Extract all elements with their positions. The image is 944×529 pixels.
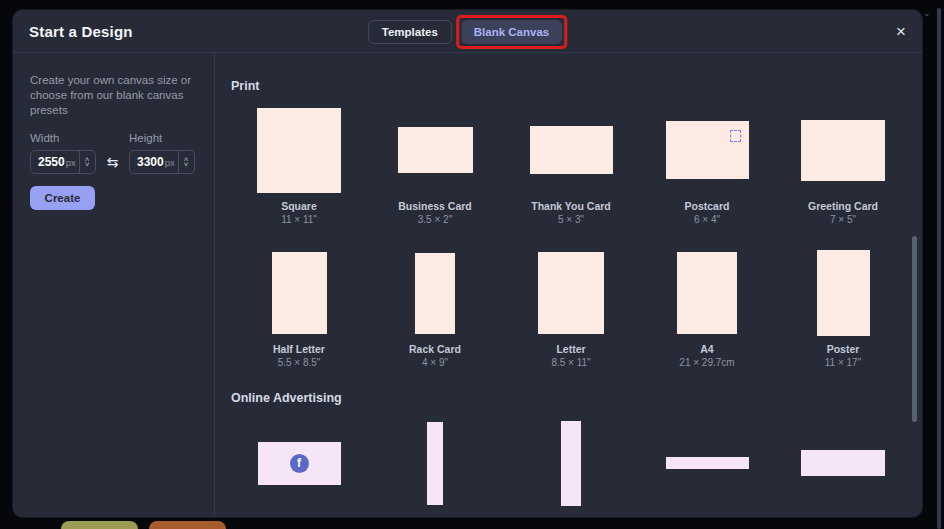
preset-name: Poster [827,343,860,355]
preset-thumbnail-box [775,248,911,338]
preset-thumbnail [817,250,870,336]
height-label: Height [129,132,162,144]
chevron-down-icon: ⌄ [923,9,931,18]
print-preset-grid: Square11 × 11"Business Card3.5 × 2"Thank… [231,105,922,369]
width-unit: px [66,157,79,168]
online-ad-preset[interactable] [367,422,503,505]
swap-dimensions-icon[interactable]: ⇆ [96,154,129,170]
preset-thumbnail-box [639,248,775,338]
preset-thumbnail-box [639,105,775,195]
online-ad-preset[interactable] [775,450,911,476]
preset-thumbnail-box [503,248,639,338]
stepper-down-icon[interactable]: ∨ [183,162,189,167]
stepper-down-icon[interactable]: ∨ [84,162,90,167]
online-ad-preset[interactable]: f [231,442,367,485]
red-annotation-box: Blank Canvas [456,15,567,49]
modal-scrollbar-thumb[interactable] [912,236,917,422]
modal-title: Start a Design [29,23,133,40]
page-scrollbar[interactable] [937,8,941,529]
width-value[interactable]: 2550 [31,155,65,169]
preset-thumbnail [666,121,749,179]
preset-name: Postcard [685,200,730,212]
preset-size: 5.5 × 8.5" [278,357,321,369]
sidebar: Create your own canvas size or choose fr… [13,53,215,516]
preset-thank-you-card[interactable]: Thank You Card5 × 3" [503,105,639,226]
online-ad-thumbnail [561,421,581,506]
preset-name: Square [281,200,317,212]
preset-size: 7 × 5" [830,214,856,226]
create-button[interactable]: Create [30,186,95,210]
preset-thumbnail [538,252,604,334]
background-pill-olive [61,521,138,529]
preset-size: 3.5 × 2" [418,214,452,226]
height-input[interactable]: 3300 px ∧ ∨ [129,150,195,174]
width-label: Width [30,132,129,144]
preset-name: A4 [700,343,713,355]
preset-name: Half Letter [273,343,325,355]
tab-group: Templates Blank Canvas [368,10,567,53]
sidebar-description: Create your own canvas size or choose fr… [30,73,198,118]
height-value[interactable]: 3300 [130,155,164,169]
preset-thumbnail [257,108,341,193]
preset-size: 4 × 9" [422,357,448,369]
online-ad-thumbnail [666,457,749,469]
online-ad-thumbnail: f [258,442,341,485]
preset-thumbnail-box [231,248,367,338]
preset-size: 11 × 11" [281,214,317,226]
preset-name: Business Card [398,200,472,212]
background-pill-orange [149,521,226,529]
modal-body: Create your own canvas size or choose fr… [13,53,922,516]
preset-size: 5 × 3" [558,214,584,226]
facebook-icon: f [290,454,309,473]
dimension-labels: Width Height [30,132,198,144]
online-ad-preset[interactable] [639,457,775,469]
start-design-modal: Start a Design Templates Blank Canvas × … [13,10,922,517]
section-heading-print: Print [231,79,922,93]
preset-letter[interactable]: Letter8.5 × 11" [503,248,639,369]
preset-thumbnail-box [367,105,503,195]
preset-a4[interactable]: A421 × 29.7cm [639,248,775,369]
preset-thumbnail [398,127,473,173]
online-ad-preset[interactable] [503,421,639,506]
section-heading-online-advertising: Online Advertising [231,391,922,405]
preset-thumbnail-box [231,105,367,195]
stamp-outline [730,130,741,142]
preset-name: Thank You Card [531,200,611,212]
preset-thumbnail [677,252,737,334]
online-ad-thumbnail [427,422,443,505]
preset-thumbnail-box [775,105,911,195]
preset-size: 21 × 29.7cm [679,357,734,369]
dimension-inputs: 2550 px ∧ ∨ ⇆ 3300 px ∧ ∨ [30,150,198,174]
preset-half-letter[interactable]: Half Letter5.5 × 8.5" [231,248,367,369]
preset-thumbnail [801,120,885,181]
presets-panel: Print Square11 × 11"Business Card3.5 × 2… [215,53,922,516]
preset-size: 8.5 × 11" [551,357,590,369]
height-stepper[interactable]: ∧ ∨ [178,151,194,173]
preset-postcard[interactable]: Postcard6 × 4" [639,105,775,226]
online-advertising-row: f [231,411,922,515]
modal-header: Start a Design Templates Blank Canvas × [13,10,922,53]
tab-templates[interactable]: Templates [368,20,452,44]
preset-square[interactable]: Square11 × 11" [231,105,367,226]
preset-name: Letter [556,343,585,355]
tab-blank-canvas[interactable]: Blank Canvas [461,20,562,44]
preset-poster[interactable]: Poster11 × 17" [775,248,911,369]
preset-thumbnail [415,253,455,334]
close-icon[interactable]: × [893,23,909,40]
preset-name: Rack Card [409,343,461,355]
preset-thumbnail-box [367,248,503,338]
preset-thumbnail [530,126,613,174]
width-stepper[interactable]: ∧ ∨ [79,151,95,173]
width-input[interactable]: 2550 px ∧ ∨ [30,150,96,174]
preset-thumbnail-box [503,105,639,195]
preset-rack-card[interactable]: Rack Card4 × 9" [367,248,503,369]
preset-business-card[interactable]: Business Card3.5 × 2" [367,105,503,226]
preset-size: 6 × 4" [694,214,720,226]
preset-thumbnail [272,252,327,334]
height-unit: px [165,157,178,168]
preset-greeting-card[interactable]: Greeting Card7 × 5" [775,105,911,226]
preset-size: 11 × 17" [825,357,861,369]
online-ad-thumbnail [801,450,885,476]
preset-name: Greeting Card [808,200,878,212]
